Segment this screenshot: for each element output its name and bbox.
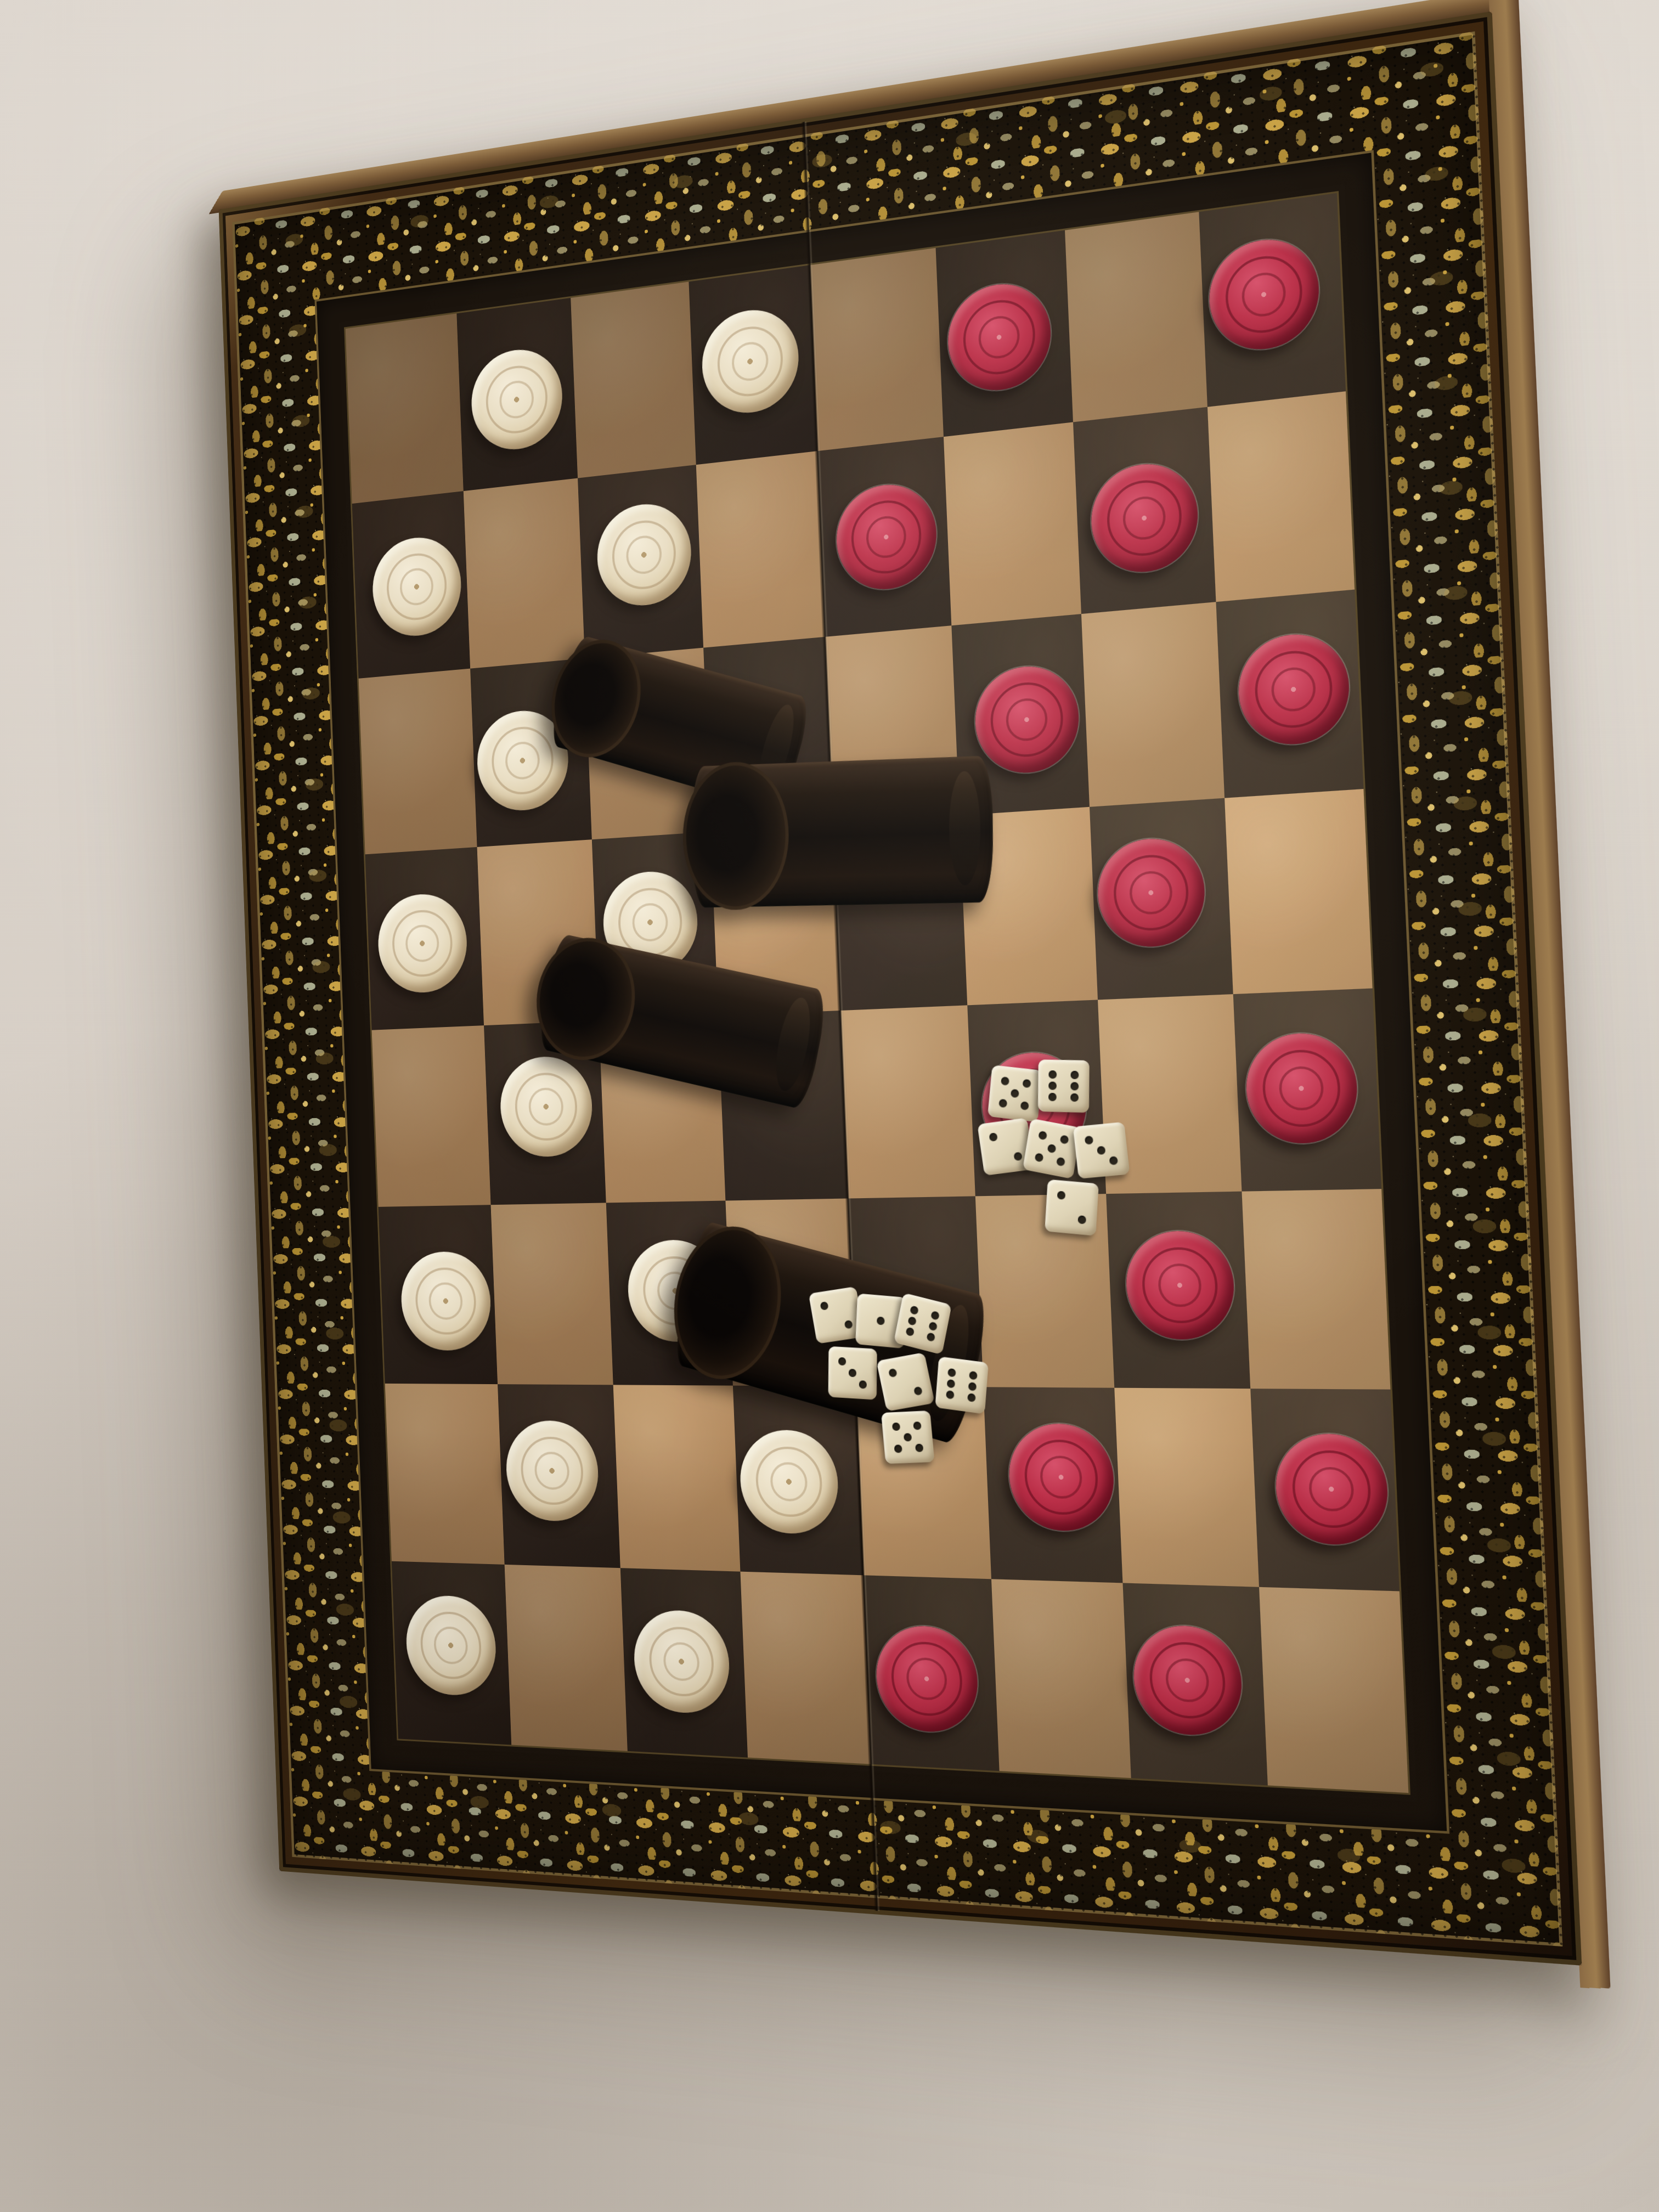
die-pip [888, 1368, 898, 1378]
die-pip [969, 1371, 978, 1380]
checker-white-d1[interactable] [701, 304, 801, 418]
die-pip [1060, 1135, 1069, 1144]
checker-red-h7[interactable] [1274, 1433, 1390, 1545]
pieces-layer [346, 193, 1409, 1793]
checker-white-c2[interactable] [595, 500, 693, 610]
die-pip [1014, 1152, 1023, 1161]
checker-white-b5[interactable] [499, 1055, 594, 1158]
die-6-showing-2[interactable] [1045, 1180, 1099, 1236]
die-pip [910, 1305, 919, 1315]
die-pip [1084, 1136, 1093, 1145]
die-pip [947, 1368, 956, 1377]
checker-white-a8[interactable] [404, 1594, 497, 1697]
die-pip [1071, 1082, 1079, 1091]
die-pip [1047, 1144, 1057, 1154]
die-pip [905, 1327, 915, 1337]
checker-red-h1[interactable] [1207, 233, 1322, 355]
die-pip [913, 1386, 923, 1396]
checker-red-f3[interactable] [973, 662, 1081, 776]
checker-red-e2[interactable] [834, 480, 938, 594]
die-pip [968, 1382, 977, 1391]
die-13-showing-5[interactable] [881, 1410, 935, 1464]
die-pip [1048, 1093, 1057, 1102]
die-11-showing-2[interactable] [876, 1352, 935, 1412]
die-pip [1109, 1156, 1119, 1166]
checker-white-a4[interactable] [376, 892, 469, 995]
die-pip [998, 1099, 1007, 1108]
die-pip [904, 1433, 912, 1442]
checker-red-e8[interactable] [874, 1624, 980, 1734]
die-pip [1071, 1070, 1079, 1079]
die-pip [844, 1320, 853, 1329]
checker-white-a6[interactable] [399, 1251, 492, 1351]
die-pip [967, 1393, 976, 1403]
die-pip [1034, 1153, 1043, 1163]
board-face [219, 12, 1582, 1966]
games-board [219, 12, 1582, 1966]
die-pip [946, 1390, 955, 1400]
checker-red-g8[interactable] [1131, 1624, 1244, 1737]
die-pip [838, 1357, 846, 1365]
die-pip [927, 1333, 936, 1342]
checker-white-b7[interactable] [505, 1420, 600, 1522]
die-pip [849, 1369, 856, 1378]
die-pip [915, 1444, 924, 1453]
die-pip [1048, 1070, 1057, 1079]
die-5-showing-3[interactable] [1073, 1122, 1130, 1179]
die-pip [1078, 1216, 1087, 1225]
checker-white-d7[interactable] [738, 1429, 840, 1534]
checker-white-b1[interactable] [470, 344, 564, 454]
checker-red-f1[interactable] [946, 278, 1053, 396]
die-pip [946, 1379, 955, 1389]
die-2-showing-6[interactable] [1038, 1059, 1090, 1113]
die-pip [1070, 1093, 1079, 1102]
die-pip [907, 1316, 917, 1326]
checker-red-f7[interactable] [1007, 1423, 1116, 1532]
die-pip [989, 1132, 998, 1142]
die-12-showing-6[interactable] [935, 1356, 989, 1414]
die-4-showing-5[interactable] [1023, 1118, 1081, 1179]
checker-red-g6[interactable] [1124, 1231, 1236, 1340]
checker-white-a2[interactable] [371, 533, 462, 640]
checker-red-g2[interactable] [1089, 459, 1200, 577]
die-pip [1048, 1081, 1057, 1090]
die-pip [929, 1322, 938, 1331]
die-pip [891, 1422, 900, 1431]
die-pip [877, 1317, 885, 1325]
die-pip [1097, 1146, 1106, 1155]
die-pip [894, 1444, 902, 1453]
dice-cup-2[interactable] [691, 755, 993, 907]
die-pip [1020, 1102, 1029, 1111]
scene [0, 0, 1659, 2212]
checker-white-c8[interactable] [632, 1609, 731, 1715]
checker-red-g4[interactable] [1096, 836, 1207, 950]
die-1-showing-5[interactable] [988, 1065, 1042, 1122]
checker-red-h3[interactable] [1237, 630, 1352, 748]
die-pip [1011, 1089, 1019, 1098]
die-pip [1001, 1076, 1009, 1086]
die-10-showing-3[interactable] [828, 1346, 877, 1400]
die-pip [931, 1311, 940, 1321]
die-pip [913, 1421, 922, 1430]
die-pip [1038, 1130, 1047, 1140]
die-pip [1056, 1157, 1065, 1167]
checker-red-h5[interactable] [1244, 1031, 1359, 1144]
die-pip [820, 1301, 828, 1311]
die-pip [1057, 1190, 1065, 1199]
die-pip [1023, 1079, 1031, 1088]
die-pip [859, 1380, 867, 1389]
